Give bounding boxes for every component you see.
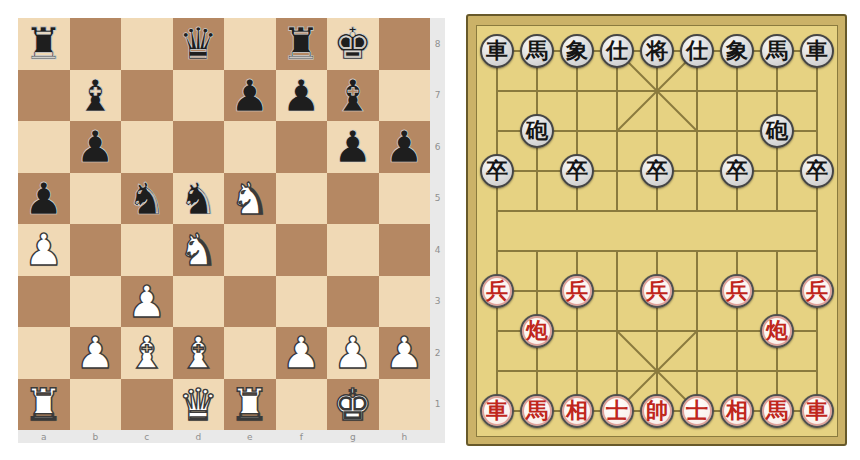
xiangqi-piece-red[interactable]: 士 (680, 394, 714, 428)
chess-piece-black-p[interactable]: ♟ (379, 121, 431, 173)
file-label: a (18, 430, 70, 443)
chess-square-g3[interactable] (327, 276, 379, 328)
xiangqi-piece-black[interactable]: 砲 (520, 114, 554, 148)
chess-square-c4[interactable] (121, 224, 173, 276)
chess-square-d7[interactable] (173, 70, 225, 122)
chess-piece-white-p[interactable]: ♟ (18, 224, 70, 276)
chess-square-g7[interactable]: ♝ (327, 70, 379, 122)
chess-piece-white-k[interactable]: ♚ (327, 379, 379, 431)
chess-square-a7[interactable] (18, 70, 70, 122)
file-label: b (70, 430, 122, 443)
rank-label: 8 (430, 18, 445, 70)
chess-piece-black-r[interactable]: ♜ (276, 18, 328, 70)
xiangqi-piece-red[interactable]: 兵 (560, 274, 594, 308)
xiangqi-grid (477, 26, 837, 436)
xiangqi-piece-black[interactable]: 卒 (720, 154, 754, 188)
chess-square-f4[interactable] (276, 224, 328, 276)
xiangqi-piece-black[interactable]: 象 (560, 34, 594, 68)
chess-piece-black-p[interactable]: ♟ (327, 121, 379, 173)
chess-square-a1[interactable]: ♜ (18, 379, 70, 431)
xiangqi-piece-black[interactable]: 仕 (600, 34, 634, 68)
chess-square-c8[interactable] (121, 18, 173, 70)
chess-square-b7[interactable]: ♝ (70, 70, 122, 122)
xiangqi-piece-black[interactable]: 卒 (560, 154, 594, 188)
page: ♜♛♜♚♝♟♟♝♟♟♟♟♞♞♞♟♞♟♟♝♝♟♟♟♜♛♜♚ 87654321 ab… (0, 0, 860, 460)
chess-piece-white-p[interactable]: ♟ (327, 327, 379, 379)
chess-piece-white-b[interactable]: ♝ (121, 327, 173, 379)
chess-square-g6[interactable]: ♟ (327, 121, 379, 173)
chess-piece-white-r[interactable]: ♜ (18, 379, 70, 431)
chess-square-e3[interactable] (224, 276, 276, 328)
chess-square-a6[interactable] (18, 121, 70, 173)
chess-piece-black-n[interactable]: ♞ (173, 173, 225, 225)
chess-square-d3[interactable] (173, 276, 225, 328)
rank-label: 5 (430, 173, 445, 225)
chess-square-h6[interactable]: ♟ (379, 121, 431, 173)
rank-label: 6 (430, 121, 445, 173)
xiangqi-piece-red[interactable]: 帥 (640, 394, 674, 428)
xiangqi-piece-red[interactable]: 兵 (720, 274, 754, 308)
chess-square-a3[interactable] (18, 276, 70, 328)
xiangqi-piece-red[interactable]: 相 (720, 394, 754, 428)
chess-piece-black-b[interactable]: ♝ (327, 70, 379, 122)
chess-piece-white-q[interactable]: ♛ (173, 379, 225, 431)
xiangqi-piece-black[interactable]: 卒 (800, 154, 834, 188)
rank-label: 1 (430, 379, 445, 431)
chess-piece-white-p[interactable]: ♟ (70, 327, 122, 379)
file-label: g (327, 430, 379, 443)
xiangqi-board[interactable]: 車馬象仕将仕象馬車砲砲卒卒卒卒卒兵兵兵兵兵炮炮車馬相士帥士相馬車 (476, 25, 838, 437)
rank-label: 2 (430, 327, 445, 379)
chess-square-e7[interactable]: ♟ (224, 70, 276, 122)
chess-square-b3[interactable] (70, 276, 122, 328)
chess-square-f3[interactable] (276, 276, 328, 328)
xiangqi-piece-red[interactable]: 車 (480, 394, 514, 428)
xiangqi-board-frame: 車馬象仕将仕象馬車砲砲卒卒卒卒卒兵兵兵兵兵炮炮車馬相士帥士相馬車 (466, 14, 847, 446)
chess-piece-white-p[interactable]: ♟ (276, 327, 328, 379)
xiangqi-piece-black[interactable]: 馬 (520, 34, 554, 68)
chess-piece-black-r[interactable]: ♜ (18, 18, 70, 70)
chess-square-c1[interactable] (121, 379, 173, 431)
file-label: d (173, 430, 225, 443)
chess-square-d8[interactable]: ♛ (173, 18, 225, 70)
chess-piece-black-p[interactable]: ♟ (224, 70, 276, 122)
chess-square-a2[interactable] (18, 327, 70, 379)
file-label: c (121, 430, 173, 443)
chess-square-h8[interactable] (379, 18, 431, 70)
chess-square-f7[interactable]: ♟ (276, 70, 328, 122)
chess-square-f2[interactable]: ♟ (276, 327, 328, 379)
xiangqi-piece-red[interactable]: 兵 (640, 274, 674, 308)
chess-square-d6[interactable] (173, 121, 225, 173)
chess-piece-black-p[interactable]: ♟ (276, 70, 328, 122)
chess-square-e5[interactable]: ♞ (224, 173, 276, 225)
chess-square-b2[interactable]: ♟ (70, 327, 122, 379)
file-label: e (224, 430, 276, 443)
chess-piece-white-b[interactable]: ♝ (173, 327, 225, 379)
chess-square-e4[interactable] (224, 224, 276, 276)
chess-square-d1[interactable]: ♛ (173, 379, 225, 431)
xiangqi-piece-black[interactable]: 卒 (640, 154, 674, 188)
chess-square-h5[interactable] (379, 173, 431, 225)
chess-square-h3[interactable] (379, 276, 431, 328)
chess-square-h4[interactable] (379, 224, 431, 276)
chess-square-d2[interactable]: ♝ (173, 327, 225, 379)
xiangqi-piece-red[interactable]: 炮 (520, 314, 554, 348)
chess-square-g1[interactable]: ♚ (327, 379, 379, 431)
xiangqi-piece-black[interactable]: 馬 (760, 34, 794, 68)
chess-square-b8[interactable] (70, 18, 122, 70)
chess-piece-black-n[interactable]: ♞ (121, 173, 173, 225)
xiangqi-piece-red[interactable]: 馬 (760, 394, 794, 428)
xiangqi-piece-black[interactable]: 砲 (760, 114, 794, 148)
chess-square-f1[interactable] (276, 379, 328, 431)
xiangqi-piece-black[interactable]: 車 (480, 34, 514, 68)
chess-square-a5[interactable]: ♟ (18, 173, 70, 225)
xiangqi-piece-red[interactable]: 車 (800, 394, 834, 428)
chess-piece-white-r[interactable]: ♜ (224, 379, 276, 431)
xiangqi-piece-red[interactable]: 兵 (800, 274, 834, 308)
chess-square-h7[interactable] (379, 70, 431, 122)
chess-piece-white-n[interactable]: ♞ (173, 224, 225, 276)
chess-piece-white-p[interactable]: ♟ (121, 276, 173, 328)
chess-square-g4[interactable] (327, 224, 379, 276)
chess-square-e1[interactable]: ♜ (224, 379, 276, 431)
chess-square-b4[interactable] (70, 224, 122, 276)
chess-square-g8[interactable]: ♚ (327, 18, 379, 70)
xiangqi-piece-red[interactable]: 士 (600, 394, 634, 428)
chess-square-b1[interactable] (70, 379, 122, 431)
xiangqi-piece-black[interactable]: 仕 (680, 34, 714, 68)
rank-label: 3 (430, 276, 445, 328)
chess-piece-black-k[interactable]: ♚ (327, 18, 379, 70)
chess-square-c3[interactable]: ♟ (121, 276, 173, 328)
chess-file-coords: abcdefgh (18, 430, 445, 443)
chess-piece-white-p[interactable]: ♟ (379, 327, 431, 379)
chess-square-d4[interactable]: ♞ (173, 224, 225, 276)
chess-square-c7[interactable] (121, 70, 173, 122)
chess-piece-black-p[interactable]: ♟ (18, 173, 70, 225)
xiangqi-piece-red[interactable]: 炮 (760, 314, 794, 348)
file-label: h (379, 430, 431, 443)
chess-square-h2[interactable]: ♟ (379, 327, 431, 379)
chess-square-g5[interactable] (327, 173, 379, 225)
chess-square-e2[interactable] (224, 327, 276, 379)
file-label: f (276, 430, 328, 443)
chess-square-f8[interactable]: ♜ (276, 18, 328, 70)
chess-square-d5[interactable]: ♞ (173, 173, 225, 225)
chess-piece-black-b[interactable]: ♝ (70, 70, 122, 122)
xiangqi-piece-red[interactable]: 兵 (480, 274, 514, 308)
xiangqi-piece-black[interactable]: 象 (720, 34, 754, 68)
rank-label: 7 (430, 70, 445, 122)
chess-square-b6[interactable]: ♟ (70, 121, 122, 173)
rank-label: 4 (430, 224, 445, 276)
chess-square-b5[interactable] (70, 173, 122, 225)
xiangqi-piece-black[interactable]: 車 (800, 34, 834, 68)
chess-square-e8[interactable] (224, 18, 276, 70)
chess-square-c6[interactable] (121, 121, 173, 173)
chess-rank-coords: 87654321 (430, 18, 445, 430)
chess-square-e6[interactable] (224, 121, 276, 173)
chess-square-a8[interactable]: ♜ (18, 18, 70, 70)
chess-square-c2[interactable]: ♝ (121, 327, 173, 379)
chess-piece-black-q[interactable]: ♛ (173, 18, 225, 70)
chess-square-c5[interactable]: ♞ (121, 173, 173, 225)
chess-piece-white-n[interactable]: ♞ (224, 173, 276, 225)
chess-square-f5[interactable] (276, 173, 328, 225)
xiangqi-piece-black[interactable]: 将 (640, 34, 674, 68)
xiangqi-piece-red[interactable]: 相 (560, 394, 594, 428)
xiangqi-piece-red[interactable]: 馬 (520, 394, 554, 428)
chess-square-h1[interactable] (379, 379, 431, 431)
chess-square-f6[interactable] (276, 121, 328, 173)
chess-piece-black-p[interactable]: ♟ (70, 121, 122, 173)
chess-board[interactable]: ♜♛♜♚♝♟♟♝♟♟♟♟♞♞♞♟♞♟♟♝♝♟♟♟♜♛♜♚ (18, 18, 430, 430)
chess-square-g2[interactable]: ♟ (327, 327, 379, 379)
chess-square-a4[interactable]: ♟ (18, 224, 70, 276)
xiangqi-piece-black[interactable]: 卒 (480, 154, 514, 188)
